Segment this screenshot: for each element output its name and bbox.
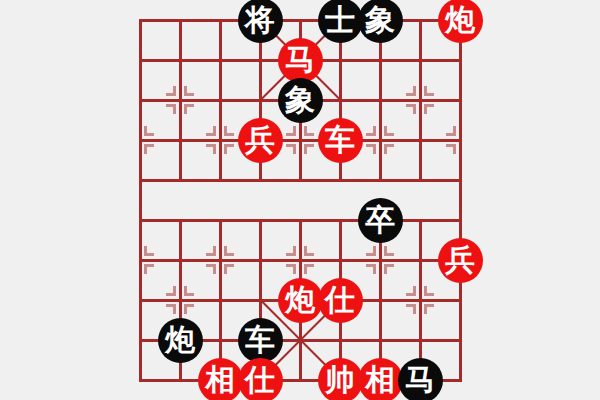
xiangqi-board[interactable]: 将士象炮马象兵车卒兵炮仕炮车相仕帅相马 <box>0 0 600 400</box>
piece-red-chariot[interactable]: 车 <box>318 118 363 163</box>
board-pieces: 将士象炮马象兵车卒兵炮仕炮车相仕帅相马 <box>120 0 480 400</box>
piece-red-cannon[interactable]: 炮 <box>438 0 483 43</box>
xiangqi-app: 将士象炮马象兵车卒兵炮仕炮车相仕帅相马 <box>0 0 600 400</box>
piece-black-general[interactable]: 将 <box>238 0 283 43</box>
piece-red-soldier[interactable]: 兵 <box>438 238 483 283</box>
piece-black-elephant[interactable]: 象 <box>278 78 323 123</box>
piece-red-advisor[interactable]: 仕 <box>238 358 283 400</box>
piece-red-cannon[interactable]: 炮 <box>278 278 323 323</box>
piece-red-advisor[interactable]: 仕 <box>318 278 363 323</box>
piece-black-elephant[interactable]: 象 <box>358 0 403 43</box>
piece-red-horse[interactable]: 马 <box>278 38 323 83</box>
piece-black-advisor[interactable]: 士 <box>318 0 363 43</box>
piece-red-soldier[interactable]: 兵 <box>238 118 283 163</box>
piece-red-general[interactable]: 帅 <box>318 358 363 400</box>
piece-black-soldier[interactable]: 卒 <box>358 198 403 243</box>
piece-black-chariot[interactable]: 车 <box>238 318 283 363</box>
piece-black-cannon[interactable]: 炮 <box>158 318 203 363</box>
piece-red-elephant[interactable]: 相 <box>358 358 403 400</box>
piece-black-horse[interactable]: 马 <box>398 358 443 400</box>
piece-red-elephant[interactable]: 相 <box>198 358 243 400</box>
